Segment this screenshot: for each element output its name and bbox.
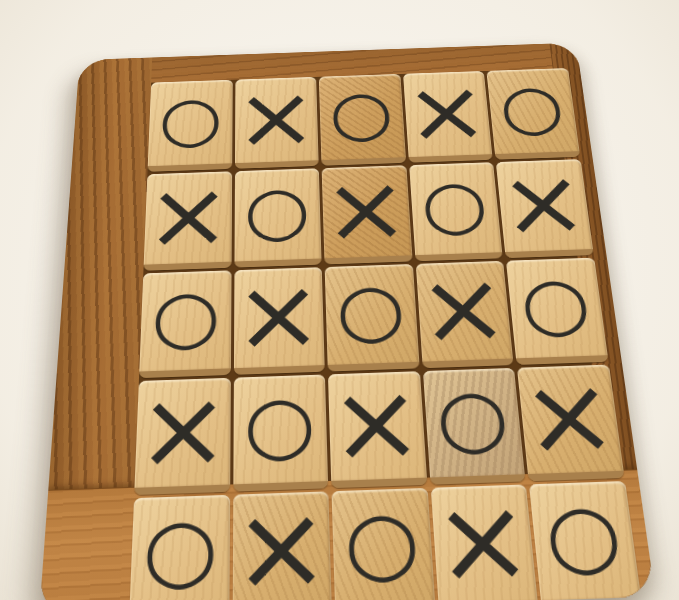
cross-glyph: × (517, 363, 623, 472)
nought-glyph: ○ (541, 492, 626, 580)
tile-r3c1-O[interactable]: ○ (139, 270, 231, 378)
nought-glyph: ○ (434, 378, 512, 459)
cross-glyph: × (403, 70, 493, 156)
tile-r4c2-O[interactable]: ○ (233, 374, 328, 491)
tile-r4c5-X[interactable]: × (517, 365, 624, 482)
board-scene: ○×○×○×○×○×○×○×○×○×○×○×○×○ (39, 43, 655, 600)
tile-r1c4-X[interactable]: × (403, 71, 493, 163)
board-grid: ○×○×○×○×○×○×○×○×○×○×○×○×○ (134, 69, 605, 488)
nought-glyph: ○ (343, 499, 422, 588)
cross-glyph: × (430, 482, 537, 600)
tile-r1c1-O[interactable]: ○ (147, 80, 232, 172)
nought-glyph: ○ (517, 267, 595, 341)
nought-glyph: ○ (496, 76, 567, 140)
cross-glyph: × (235, 75, 319, 161)
tile-r3c4-X[interactable]: × (415, 261, 513, 368)
cross-glyph: × (415, 259, 513, 360)
nought-glyph: ○ (419, 171, 491, 240)
tile-r2c4-O[interactable]: ○ (409, 162, 503, 261)
tile-r1c5-O[interactable]: ○ (486, 68, 579, 160)
tile-r2c5-X[interactable]: × (496, 159, 594, 258)
tile-r4c1-X[interactable]: × (134, 378, 230, 495)
nought-glyph: ○ (141, 506, 218, 595)
nought-glyph: ○ (244, 384, 317, 465)
nought-glyph: ○ (150, 279, 221, 354)
tile-r3c5-O[interactable]: ○ (506, 258, 608, 365)
cross-glyph: × (135, 376, 231, 486)
nought-glyph: ○ (244, 177, 311, 246)
tile-r5c5-O[interactable]: ○ (529, 481, 642, 600)
game-board: ○×○×○×○×○×○×○×○×○×○×○×○×○ (39, 43, 655, 600)
cross-glyph: × (144, 170, 232, 263)
tile-r5c2-X[interactable]: × (232, 491, 332, 600)
tile-r1c2-X[interactable]: × (235, 77, 319, 169)
tile-r4c3-X[interactable]: × (328, 371, 427, 488)
nought-glyph: ○ (335, 273, 407, 348)
tile-r5c3-O[interactable]: ○ (332, 488, 436, 600)
tile-r2c1-X[interactable]: × (143, 171, 231, 270)
nought-glyph: ○ (328, 82, 395, 146)
tile-r2c2-O[interactable]: ○ (234, 168, 322, 267)
cross-glyph: × (322, 164, 412, 257)
nought-glyph: ○ (158, 88, 223, 152)
tile-r2c3-X[interactable]: × (322, 165, 413, 264)
cross-glyph: × (496, 158, 593, 251)
cross-glyph: × (233, 265, 324, 366)
tile-r1c3-O[interactable]: ○ (319, 74, 406, 166)
cross-glyph: × (232, 489, 332, 600)
cross-glyph: × (328, 369, 426, 479)
tile-r3c2-X[interactable]: × (233, 267, 324, 375)
tile-r3c3-O[interactable]: ○ (325, 264, 420, 372)
tile-r5c4-X[interactable]: × (430, 484, 538, 600)
tile-r4c4-O[interactable]: ○ (422, 368, 525, 485)
tile-r5c1-O[interactable]: ○ (129, 495, 230, 600)
